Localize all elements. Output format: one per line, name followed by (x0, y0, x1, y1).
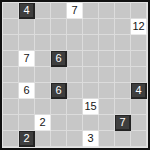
cell-r8c7[interactable] (115, 131, 131, 147)
cell-r0c3[interactable] (51, 3, 67, 19)
clue-cell-r5c3[interactable]: 6 (51, 83, 67, 99)
cell-r1c1[interactable] (19, 19, 35, 35)
clue-cell-r7c7[interactable]: 7 (115, 115, 131, 131)
cell-r6c2[interactable] (35, 99, 51, 115)
cell-r1c6[interactable] (99, 19, 115, 35)
cell-r2c3[interactable] (51, 35, 67, 51)
cell-r8c3[interactable] (51, 131, 67, 147)
cell-r8c0[interactable] (3, 131, 19, 147)
cell-r4c7[interactable] (115, 67, 131, 83)
cell-r1c2[interactable] (35, 19, 51, 35)
cell-r6c8[interactable] (131, 99, 147, 115)
cell-r3c4[interactable] (67, 51, 83, 67)
cell-r4c6[interactable] (99, 67, 115, 83)
clue-cell-r8c5[interactable]: 3 (83, 131, 99, 147)
clue-cell-r5c8[interactable]: 4 (131, 83, 147, 99)
cell-r8c2[interactable] (35, 131, 51, 147)
cell-r8c8[interactable] (131, 131, 147, 147)
cell-r7c1[interactable] (19, 115, 35, 131)
cell-r4c8[interactable] (131, 67, 147, 83)
cell-r0c6[interactable] (99, 3, 115, 19)
cell-r0c8[interactable] (131, 3, 147, 19)
cell-r0c7[interactable] (115, 3, 131, 19)
cell-r3c6[interactable] (99, 51, 115, 67)
cell-r4c1[interactable] (19, 67, 35, 83)
clue-cell-r3c1[interactable]: 7 (19, 51, 35, 67)
cell-r3c7[interactable] (115, 51, 131, 67)
cell-r3c8[interactable] (131, 51, 147, 67)
clue-cell-r0c4[interactable]: 7 (67, 3, 83, 19)
cell-r4c4[interactable] (67, 67, 83, 83)
cell-r3c2[interactable] (35, 51, 51, 67)
cell-r5c2[interactable] (35, 83, 51, 99)
cell-r5c4[interactable] (67, 83, 83, 99)
cell-r3c5[interactable] (83, 51, 99, 67)
cell-r4c0[interactable] (3, 67, 19, 83)
cell-r5c5[interactable] (83, 83, 99, 99)
cell-r2c4[interactable] (67, 35, 83, 51)
cell-r7c0[interactable] (3, 115, 19, 131)
cell-r2c0[interactable] (3, 35, 19, 51)
cell-r6c6[interactable] (99, 99, 115, 115)
clue-cell-r8c1[interactable]: 2 (19, 131, 35, 147)
cell-r1c4[interactable] (67, 19, 83, 35)
cell-r7c8[interactable] (131, 115, 147, 131)
clue-cell-r5c1[interactable]: 6 (19, 83, 35, 99)
cell-r7c6[interactable] (99, 115, 115, 131)
cell-r1c0[interactable] (3, 19, 19, 35)
cell-r2c2[interactable] (35, 35, 51, 51)
cell-r7c5[interactable] (83, 115, 99, 131)
cell-r6c3[interactable] (51, 99, 67, 115)
cell-r4c5[interactable] (83, 67, 99, 83)
cell-r6c4[interactable] (67, 99, 83, 115)
cell-r8c4[interactable] (67, 131, 83, 147)
cell-r2c7[interactable] (115, 35, 131, 51)
cell-r4c3[interactable] (51, 67, 67, 83)
cell-r2c1[interactable] (19, 35, 35, 51)
clue-cell-r1c8[interactable]: 12 (131, 19, 147, 35)
cell-r7c4[interactable] (67, 115, 83, 131)
cell-r0c5[interactable] (83, 3, 99, 19)
cell-r8c6[interactable] (99, 131, 115, 147)
cell-r6c1[interactable] (19, 99, 35, 115)
cell-r5c7[interactable] (115, 83, 131, 99)
cell-r6c7[interactable] (115, 99, 131, 115)
clue-cell-r0c1[interactable]: 4 (19, 3, 35, 19)
puzzle-board: 471276664152723 (0, 0, 150, 150)
cell-r2c8[interactable] (131, 35, 147, 51)
cell-r3c0[interactable] (3, 51, 19, 67)
clue-cell-r3c3[interactable]: 6 (51, 51, 67, 67)
clue-cell-r7c2[interactable]: 2 (35, 115, 51, 131)
cell-r1c5[interactable] (83, 19, 99, 35)
cell-r1c7[interactable] (115, 19, 131, 35)
cell-r6c0[interactable] (3, 99, 19, 115)
cell-r2c5[interactable] (83, 35, 99, 51)
cell-r5c0[interactable] (3, 83, 19, 99)
cell-r2c6[interactable] (99, 35, 115, 51)
cell-r0c0[interactable] (3, 3, 19, 19)
cell-r0c2[interactable] (35, 3, 51, 19)
cell-r1c3[interactable] (51, 19, 67, 35)
cell-r4c2[interactable] (35, 67, 51, 83)
cell-r7c3[interactable] (51, 115, 67, 131)
cell-r5c6[interactable] (99, 83, 115, 99)
clue-cell-r6c5[interactable]: 15 (83, 99, 99, 115)
